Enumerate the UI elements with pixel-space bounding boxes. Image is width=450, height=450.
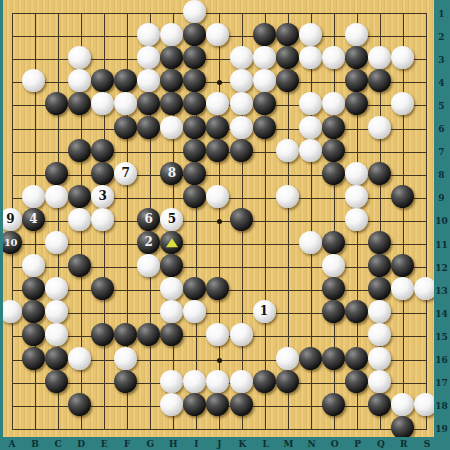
- black-stone: [299, 347, 322, 370]
- black-stone: [45, 370, 68, 393]
- white-stone: 7: [114, 162, 137, 185]
- black-stone: [91, 139, 114, 162]
- white-stone: [253, 69, 276, 92]
- row-label: 15: [435, 332, 448, 342]
- white-stone: [345, 185, 368, 208]
- board-frame-left: [0, 0, 3, 450]
- row-label: 11: [435, 240, 448, 250]
- row-label: 3: [438, 55, 444, 65]
- black-stone: [322, 116, 345, 139]
- black-stone: [368, 69, 391, 92]
- black-stone: [45, 162, 68, 185]
- black-stone: [45, 347, 68, 370]
- black-stone: [322, 347, 345, 370]
- black-stone: [253, 23, 276, 46]
- row-label: 5: [438, 101, 444, 111]
- white-stone: [160, 393, 183, 416]
- grid-line-horizontal: [12, 13, 428, 14]
- column-label: H: [169, 439, 178, 449]
- column-label: R: [400, 439, 407, 449]
- row-label: 10: [435, 216, 448, 226]
- black-stone: [22, 347, 45, 370]
- white-stone: [45, 231, 68, 254]
- black-stone: [230, 139, 253, 162]
- white-stone: [299, 23, 322, 46]
- move-number-label: 10: [4, 231, 17, 254]
- move-number-label: 7: [122, 162, 130, 185]
- row-label: 12: [435, 263, 448, 273]
- column-label: K: [239, 439, 247, 449]
- white-stone: [230, 92, 253, 115]
- move-number-label: 1: [260, 300, 268, 323]
- column-label: Q: [377, 439, 385, 449]
- column-label: E: [101, 439, 108, 449]
- column-label: G: [146, 439, 154, 449]
- white-stone: [276, 139, 299, 162]
- white-stone: [276, 185, 299, 208]
- column-label: J: [217, 439, 221, 449]
- black-stone: [322, 277, 345, 300]
- white-stone: [276, 347, 299, 370]
- white-stone: [299, 92, 322, 115]
- grid-line-horizontal: [12, 244, 428, 245]
- white-stone: [391, 46, 414, 69]
- white-stone: [299, 116, 322, 139]
- white-stone: [230, 116, 253, 139]
- black-stone: [391, 254, 414, 277]
- row-label: 6: [438, 124, 444, 134]
- row-label: 4: [438, 78, 444, 88]
- black-stone: 4: [22, 208, 45, 231]
- move-number-label: 3: [99, 185, 107, 208]
- column-label: N: [308, 439, 316, 449]
- row-label: 16: [435, 355, 448, 365]
- black-stone: [253, 116, 276, 139]
- white-stone: 3: [91, 185, 114, 208]
- white-stone: [22, 185, 45, 208]
- row-label: 17: [435, 378, 448, 388]
- black-stone: [322, 162, 345, 185]
- white-stone: [114, 347, 137, 370]
- move-number-label: 5: [168, 208, 176, 231]
- black-stone: [345, 46, 368, 69]
- white-stone: [322, 254, 345, 277]
- column-label: M: [284, 439, 294, 449]
- black-stone: [276, 46, 299, 69]
- white-stone: [391, 393, 414, 416]
- black-stone: [91, 162, 114, 185]
- white-stone: [22, 254, 45, 277]
- row-label: 1: [438, 9, 444, 19]
- star-point: [217, 358, 222, 363]
- white-stone: [160, 116, 183, 139]
- white-stone: [368, 46, 391, 69]
- column-label: A: [9, 439, 16, 449]
- white-stone: 1: [253, 300, 276, 323]
- white-stone: [322, 46, 345, 69]
- white-stone: [299, 231, 322, 254]
- black-stone: [230, 208, 253, 231]
- black-stone: [276, 69, 299, 92]
- black-stone: 10: [0, 231, 22, 254]
- row-label: 2: [438, 32, 444, 42]
- column-label: D: [77, 439, 85, 449]
- black-stone: [276, 370, 299, 393]
- black-stone: [68, 139, 91, 162]
- move-number-label: 4: [29, 208, 37, 231]
- grid-line-horizontal: [12, 429, 428, 430]
- black-stone: [345, 92, 368, 115]
- move-number-label: 8: [168, 162, 176, 185]
- row-label: 18: [435, 401, 448, 411]
- white-stone: [68, 347, 91, 370]
- white-stone: [299, 139, 322, 162]
- row-label: 9: [438, 193, 444, 203]
- white-stone: [206, 370, 229, 393]
- move-number-label: 9: [6, 208, 14, 231]
- column-label: S: [424, 439, 431, 449]
- white-stone: [45, 185, 68, 208]
- white-stone: [230, 69, 253, 92]
- white-stone: [230, 323, 253, 346]
- white-stone: [68, 208, 91, 231]
- row-label: 7: [438, 147, 444, 157]
- black-stone: [183, 116, 206, 139]
- black-stone: [206, 139, 229, 162]
- white-stone: [160, 370, 183, 393]
- black-stone: [114, 370, 137, 393]
- black-stone: [183, 139, 206, 162]
- black-stone: [391, 185, 414, 208]
- black-stone: [345, 370, 368, 393]
- black-stone: [391, 416, 414, 439]
- column-label: O: [331, 439, 339, 449]
- black-stone: [276, 23, 299, 46]
- white-stone: [322, 92, 345, 115]
- black-stone: [68, 185, 91, 208]
- column-label: F: [124, 439, 130, 449]
- go-game-screenshot: 78394651021 ABCDEFGHIJKLMNOPQRS 12345678…: [0, 0, 450, 450]
- black-stone: [368, 277, 391, 300]
- white-stone: [368, 347, 391, 370]
- black-stone: [322, 139, 345, 162]
- star-point: [217, 219, 222, 224]
- black-stone: [322, 300, 345, 323]
- row-label: 8: [438, 170, 444, 180]
- white-stone: [368, 116, 391, 139]
- white-stone: 9: [0, 208, 22, 231]
- black-stone: [206, 393, 229, 416]
- black-stone: [368, 254, 391, 277]
- column-label: L: [262, 439, 268, 449]
- column-label: P: [354, 439, 361, 449]
- white-stone: [230, 46, 253, 69]
- black-stone: [368, 393, 391, 416]
- black-stone: [114, 116, 137, 139]
- white-stone: [253, 46, 276, 69]
- black-stone: [322, 231, 345, 254]
- black-stone: [183, 162, 206, 185]
- black-stone: [206, 116, 229, 139]
- black-stone: 8: [160, 162, 183, 185]
- white-stone: [345, 23, 368, 46]
- row-label: 13: [435, 286, 448, 296]
- move-number-label: 2: [145, 231, 153, 254]
- white-stone: [299, 46, 322, 69]
- column-label: I: [194, 439, 198, 449]
- black-stone: [368, 162, 391, 185]
- white-stone: [230, 370, 253, 393]
- black-stone: [345, 347, 368, 370]
- row-label: 19: [435, 424, 448, 434]
- white-stone: [391, 277, 414, 300]
- black-stone: [68, 393, 91, 416]
- white-stone: [91, 208, 114, 231]
- white-stone: [368, 370, 391, 393]
- column-label: C: [55, 439, 62, 449]
- black-stone: [183, 393, 206, 416]
- white-stone: [345, 208, 368, 231]
- move-number-label: 6: [145, 208, 153, 231]
- black-stone: [137, 116, 160, 139]
- black-stone: [253, 370, 276, 393]
- black-stone: [345, 69, 368, 92]
- white-stone: [345, 162, 368, 185]
- column-label: B: [31, 439, 39, 449]
- black-stone: [322, 393, 345, 416]
- triangle-marker: [166, 238, 178, 247]
- white-stone: [183, 370, 206, 393]
- black-stone: [230, 393, 253, 416]
- black-stone: [345, 300, 368, 323]
- black-stone: [368, 231, 391, 254]
- row-label: 14: [435, 309, 448, 319]
- black-stone: [253, 92, 276, 115]
- white-stone: [368, 300, 391, 323]
